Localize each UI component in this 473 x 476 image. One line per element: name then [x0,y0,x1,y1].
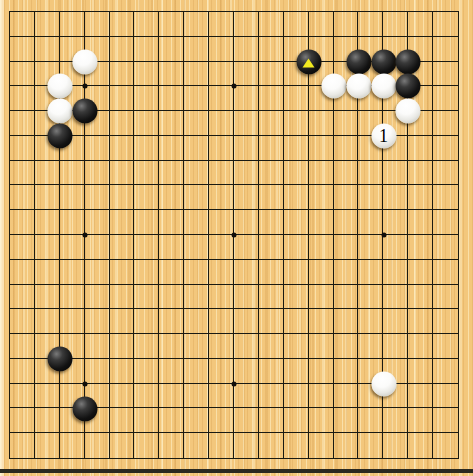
grid-cell [209,433,234,458]
grid-cell [184,408,209,433]
grid-cell [10,384,35,409]
grid-cell [408,359,433,384]
grid-cell [134,12,159,37]
grid-cell [110,285,135,310]
grid-cell [383,285,408,310]
grid-cell [184,210,209,235]
grid-cell [134,111,159,136]
grid-cell [309,185,334,210]
grid-cell [60,210,85,235]
grid-cell [358,334,383,359]
grid-cell [358,235,383,260]
grid-cell [433,260,458,285]
black-stone[interactable] [72,99,97,124]
grid-cell [110,12,135,37]
grid-cell [309,384,334,409]
grid-cell [284,334,309,359]
grid-cell [110,334,135,359]
grid-cell [259,235,284,260]
grid-cell [234,334,259,359]
grid-cell [259,408,284,433]
grid-cell [134,260,159,285]
grid-cell [209,285,234,310]
grid-cell [433,433,458,458]
white-stone[interactable] [321,74,346,99]
white-stone[interactable] [346,74,371,99]
grid-cell [184,86,209,111]
star-point [82,233,87,238]
black-stone[interactable] [371,49,396,74]
grid-cell [334,185,359,210]
grid-cell [309,12,334,37]
grid-cell [284,408,309,433]
grid-cell [408,235,433,260]
grid-cell [433,86,458,111]
grid-cell [408,12,433,37]
black-stone[interactable] [47,347,72,372]
grid-cell [10,136,35,161]
grid-cell [334,359,359,384]
move-number-label: 1 [379,127,388,146]
grid-cell [60,260,85,285]
grid-cell [408,161,433,186]
grid-cell [383,185,408,210]
grid-cell [383,161,408,186]
grid-cell [433,210,458,235]
grid-cell [383,334,408,359]
grid-cell [134,37,159,62]
grid-cell [234,86,259,111]
grid-cell [110,136,135,161]
grid-cell [284,86,309,111]
grid-cell [35,384,60,409]
grid-cell [159,86,184,111]
grid-cell [60,12,85,37]
grid-cell [259,384,284,409]
grid-cell [234,185,259,210]
grid-cell [383,260,408,285]
grid-cell [284,210,309,235]
grid-cell [35,37,60,62]
grid-cell [184,260,209,285]
grid-cell [358,408,383,433]
grid-cell [408,185,433,210]
grid-cell [433,235,458,260]
grid-cell [358,433,383,458]
black-stone[interactable] [72,396,97,421]
grid-cell [110,185,135,210]
grid-cell [209,161,234,186]
grid-cell [259,37,284,62]
grid-cell [234,285,259,310]
grid-cell [134,62,159,87]
grid-cell [309,111,334,136]
grid-cell [134,185,159,210]
grid-cell [10,285,35,310]
board-left-sheen [0,0,4,476]
grid-cell [234,384,259,409]
grid-cell [159,111,184,136]
grid-cell [234,260,259,285]
grid-cell [309,433,334,458]
grid-cell [433,384,458,409]
grid-cell [159,334,184,359]
grid-cell [35,161,60,186]
grid-cell [110,210,135,235]
white-stone[interactable] [371,372,396,397]
grid-cell [433,185,458,210]
grid-cell [110,433,135,458]
grid-cell [184,433,209,458]
grid-cell [259,433,284,458]
grid-cell [184,111,209,136]
grid-cell [309,210,334,235]
grid-cell [134,334,159,359]
grid-cell [433,161,458,186]
grid-cell [259,86,284,111]
grid-cell [209,12,234,37]
star-point [381,233,386,238]
grid-cell [134,408,159,433]
grid-cell [184,285,209,310]
grid-cell [408,433,433,458]
grid-cell [159,384,184,409]
grid-cell [184,359,209,384]
grid-cell [85,260,110,285]
grid-cell [10,260,35,285]
grid-cell [85,12,110,37]
grid-cell [10,359,35,384]
grid-cell [10,86,35,111]
triangle-marker-icon [303,58,315,67]
grid-cell [234,309,259,334]
grid-cell [334,384,359,409]
grid-cell [209,260,234,285]
grid-cell [134,309,159,334]
grid-cell [383,309,408,334]
grid-cell [334,285,359,310]
grid-cell [309,235,334,260]
grid-cell [433,309,458,334]
grid-cell [309,161,334,186]
grid-cell [334,111,359,136]
grid-cell [184,37,209,62]
grid-cell [134,433,159,458]
grid-cell [334,309,359,334]
grid-cell [110,260,135,285]
grid-cell [159,309,184,334]
black-stone[interactable] [346,49,371,74]
grid-cell [383,235,408,260]
grid-cell [234,433,259,458]
grid-cell [10,408,35,433]
grid-cell [85,136,110,161]
grid-cell [35,260,60,285]
grid-cell [259,62,284,87]
grid-cell [159,210,184,235]
grid-cell [184,136,209,161]
grid-cell [433,111,458,136]
grid-cell [234,161,259,186]
white-stone[interactable] [47,99,72,124]
grid-cell [10,37,35,62]
grid-cell [433,12,458,37]
grid-cell [110,86,135,111]
grid-cell [358,309,383,334]
grid-cell [209,37,234,62]
grid-cell [85,161,110,186]
grid-cell [309,260,334,285]
grid-cell [60,185,85,210]
black-stone[interactable] [396,49,421,74]
grid-cell [134,86,159,111]
grid-cell [284,136,309,161]
grid-cell [35,235,60,260]
grid-cell [309,408,334,433]
grid-cell [35,12,60,37]
grid-cell [209,235,234,260]
grid-cell [159,37,184,62]
grid-cell [85,334,110,359]
grid-cell [309,136,334,161]
grid-cell [134,285,159,310]
grid-cell [159,433,184,458]
grid-cell [10,334,35,359]
grid-cell [433,136,458,161]
grid-cell [284,433,309,458]
grid-cell [259,334,284,359]
grid-cell [259,136,284,161]
grid-cell [284,235,309,260]
grid-cell [309,334,334,359]
grid-cell [284,12,309,37]
grid-cell [259,285,284,310]
grid-cell [334,260,359,285]
grid-cell [334,433,359,458]
grid-cell [60,161,85,186]
grid-cell [110,111,135,136]
grid-cell [209,111,234,136]
grid-cell [408,334,433,359]
grid-cell [10,62,35,87]
grid-cell [209,334,234,359]
grid-cell [110,37,135,62]
white-stone[interactable] [47,74,72,99]
grid-cell [35,433,60,458]
grid-cell [184,161,209,186]
grid-cell [433,37,458,62]
grid-cell [134,136,159,161]
grid-cell [209,136,234,161]
grid-cell [110,62,135,87]
grid-cell [284,260,309,285]
grid-cell [234,136,259,161]
grid-cell [159,260,184,285]
grid-cell [234,210,259,235]
grid-cell [60,285,85,310]
grid-cell [85,235,110,260]
grid-cell [433,334,458,359]
grid-cell [159,62,184,87]
grid-cell [110,235,135,260]
grid-cell [159,235,184,260]
grid-cell [159,12,184,37]
board-bottom-edge-shadow [0,469,473,473]
grid-cell [134,384,159,409]
grid-cell [85,309,110,334]
grid-cell [433,285,458,310]
grid-cell [85,210,110,235]
grid-cell [358,12,383,37]
grid-cell [234,62,259,87]
grid-cell [259,309,284,334]
grid-cell [408,260,433,285]
grid-cell [184,235,209,260]
grid-cell [383,210,408,235]
white-stone[interactable] [371,74,396,99]
grid-cell [284,161,309,186]
grid-cell [284,285,309,310]
grid-cell [35,210,60,235]
grid-cell [309,359,334,384]
grid-cell [60,433,85,458]
grid-cell [10,161,35,186]
grid-cell [10,111,35,136]
grid-cell [259,161,284,186]
grid-cell [110,359,135,384]
grid-cell [234,359,259,384]
black-stone[interactable] [47,124,72,149]
grid-cell [184,334,209,359]
grid-cell [433,359,458,384]
grid-cell [35,408,60,433]
grid-cell [334,161,359,186]
grid-cell [35,309,60,334]
star-point [232,233,237,238]
grid-cell [159,161,184,186]
grid-cell [358,185,383,210]
grid-cell [209,384,234,409]
grid-cell [184,12,209,37]
star-point [232,382,237,387]
grid-cell [284,111,309,136]
go-board-screenshot: 1 [0,0,473,476]
grid-cell [408,285,433,310]
grid-cell [358,161,383,186]
grid-cell [184,384,209,409]
grid-cell [209,359,234,384]
grid-cell [10,235,35,260]
grid-cell [259,260,284,285]
grid-cell [408,408,433,433]
grid-cell [284,359,309,384]
goban-surface[interactable]: 1 [0,0,473,476]
grid-cell [209,185,234,210]
grid-cell [259,12,284,37]
grid-cell [60,309,85,334]
grid-cell [184,185,209,210]
grid-cell [35,285,60,310]
grid-cell [85,185,110,210]
star-point [82,382,87,387]
grid-cell [234,408,259,433]
grid-cell [159,185,184,210]
grid-cell [408,136,433,161]
grid-cell [284,384,309,409]
grid-cell [184,62,209,87]
grid-cell [85,359,110,384]
grid-cell [284,185,309,210]
grid-cell [134,210,159,235]
grid-cell [10,433,35,458]
grid-cell [234,111,259,136]
black-stone[interactable] [396,74,421,99]
grid-cell [10,210,35,235]
grid-cell [10,185,35,210]
grid-cell [159,408,184,433]
grid-cell [259,111,284,136]
star-point [82,84,87,89]
grid-cell [110,161,135,186]
grid-cell [334,210,359,235]
grid-cell [209,210,234,235]
grid-cell [334,136,359,161]
grid-cell [134,161,159,186]
grid-cell [10,309,35,334]
grid-cell [110,309,135,334]
grid-cell [209,408,234,433]
grid-cell [408,309,433,334]
grid-cell [334,408,359,433]
grid-cell [110,408,135,433]
black-stone[interactable] [296,49,321,74]
grid-cell [334,235,359,260]
grid-cell [309,309,334,334]
grid-cell [259,359,284,384]
grid-cell [358,285,383,310]
grid-cell [383,408,408,433]
white-stone[interactable] [396,99,421,124]
white-stone[interactable] [72,49,97,74]
grid-cell [309,285,334,310]
white-stone[interactable]: 1 [371,124,396,149]
grid-cell [433,62,458,87]
grid-cell [234,235,259,260]
grid-cell [383,12,408,37]
grid-cell [358,260,383,285]
grid-cell [408,384,433,409]
grid-cell [234,12,259,37]
star-point [232,84,237,89]
grid-cell [408,210,433,235]
grid-cell [85,285,110,310]
grid-cell [35,185,60,210]
grid-cell [209,86,234,111]
grid-cell [134,359,159,384]
grid-cell [85,433,110,458]
grid-cell [110,384,135,409]
grid-cell [433,408,458,433]
grid-cell [209,62,234,87]
grid-cell [234,37,259,62]
grid-cell [259,210,284,235]
grid-cell [159,136,184,161]
grid-cell [358,210,383,235]
grid-cell [209,309,234,334]
grid-cell [284,309,309,334]
grid-cell [259,185,284,210]
grid-cell [159,359,184,384]
